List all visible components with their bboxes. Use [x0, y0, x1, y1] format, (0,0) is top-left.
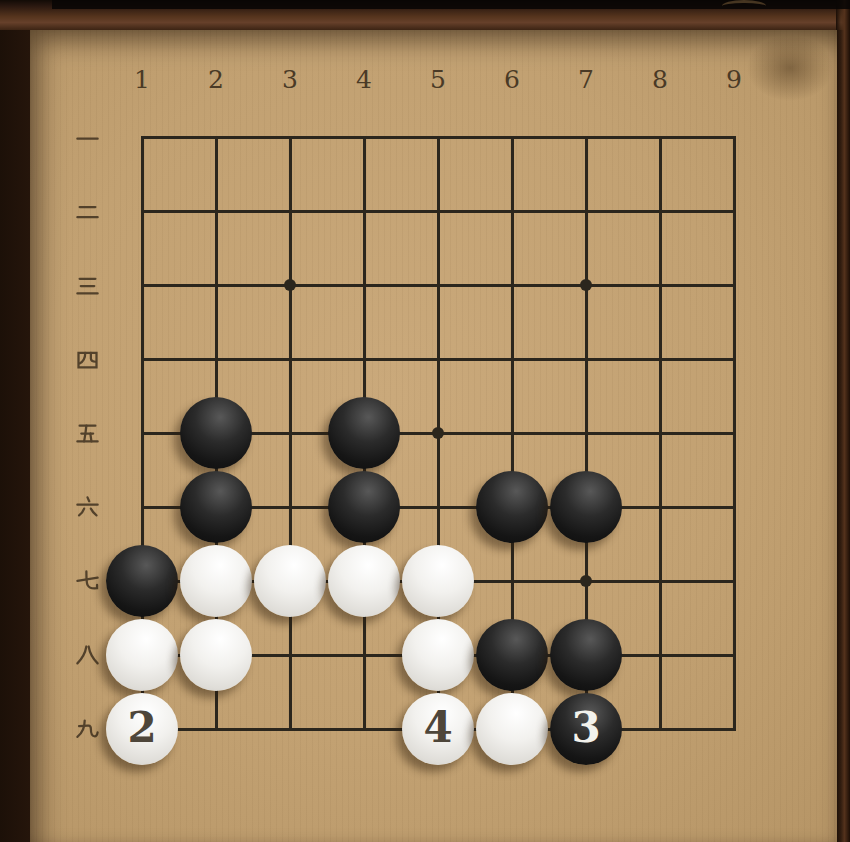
stone-black-7-9[interactable]: 3	[550, 693, 622, 765]
go-app-window: 123456789 243	[0, 0, 850, 842]
column-label-2: 2	[179, 62, 253, 96]
stone-white-5-8[interactable]	[402, 619, 474, 691]
stone-white-4-7[interactable]	[328, 545, 400, 617]
intersection-2-2[interactable]	[179, 174, 253, 248]
intersection-5-9[interactable]: 4	[401, 692, 475, 766]
stone-black-7-6[interactable]	[550, 471, 622, 543]
intersection-7-9[interactable]: 3	[549, 692, 623, 766]
intersection-4-4[interactable]	[327, 322, 401, 396]
row-label-8	[70, 618, 104, 692]
board-surface: 123456789 243	[30, 30, 837, 842]
stone-white-5-9[interactable]: 4	[402, 693, 474, 765]
row-label-3	[70, 248, 104, 322]
intersection-8-5[interactable]	[623, 396, 697, 470]
column-label-7: 7	[549, 62, 623, 96]
intersection-6-3[interactable]	[475, 248, 549, 322]
intersection-8-7[interactable]	[623, 544, 697, 618]
star-point-7-3	[580, 279, 592, 291]
intersection-9-5[interactable]	[697, 396, 771, 470]
intersection-3-6[interactable]	[253, 470, 327, 544]
stone-black-1-7[interactable]	[106, 545, 178, 617]
intersection-9-8[interactable]	[697, 618, 771, 692]
intersection-6-2[interactable]	[475, 174, 549, 248]
star-point-5-5	[432, 427, 444, 439]
intersection-1-5[interactable]	[105, 396, 179, 470]
go-board: 243	[105, 100, 771, 766]
intersection-3-9[interactable]	[253, 692, 327, 766]
intersection-9-2[interactable]	[697, 174, 771, 248]
intersection-7-4[interactable]	[549, 322, 623, 396]
intersection-3-8[interactable]	[253, 618, 327, 692]
stone-white-6-9[interactable]	[476, 693, 548, 765]
column-label-1: 1	[105, 62, 179, 96]
intersection-4-9[interactable]	[327, 692, 401, 766]
stone-black-6-6[interactable]	[476, 471, 548, 543]
star-point-7-7	[580, 575, 592, 587]
intersection-6-7[interactable]	[475, 544, 549, 618]
intersection-8-4[interactable]	[623, 322, 697, 396]
column-label-8: 8	[623, 62, 697, 96]
intersection-7-8[interactable]	[549, 618, 623, 692]
column-label-5: 5	[401, 62, 475, 96]
board-frame-right	[836, 0, 850, 842]
intersection-5-3[interactable]	[401, 248, 475, 322]
stone-white-5-7[interactable]	[402, 545, 474, 617]
intersection-8-3[interactable]	[623, 248, 697, 322]
intersection-2-9[interactable]	[179, 692, 253, 766]
intersection-1-7[interactable]	[105, 544, 179, 618]
intersection-3-3[interactable]	[253, 248, 327, 322]
intersection-2-8[interactable]	[179, 618, 253, 692]
stone-black-6-8[interactable]	[476, 619, 548, 691]
intersection-7-2[interactable]	[549, 174, 623, 248]
intersection-4-8[interactable]	[327, 618, 401, 692]
intersection-9-3[interactable]	[697, 248, 771, 322]
intersection-1-4[interactable]	[105, 322, 179, 396]
intersection-1-8[interactable]	[105, 618, 179, 692]
intersection-5-2[interactable]	[401, 174, 475, 248]
stone-white-3-7[interactable]	[254, 545, 326, 617]
intersection-9-9[interactable]	[697, 692, 771, 766]
row-label-4	[70, 322, 104, 396]
intersection-4-2[interactable]	[327, 174, 401, 248]
intersection-4-3[interactable]	[327, 248, 401, 322]
row-label-2	[70, 174, 104, 248]
stone-black-2-5[interactable]	[180, 397, 252, 469]
intersection-4-1[interactable]	[327, 100, 401, 174]
intersection-6-1[interactable]	[475, 100, 549, 174]
intersection-2-6[interactable]	[179, 470, 253, 544]
intersection-2-5[interactable]	[179, 396, 253, 470]
intersection-3-7[interactable]	[253, 544, 327, 618]
intersection-2-1[interactable]	[179, 100, 253, 174]
move-number-3: 3	[571, 707, 600, 749]
row-label-7	[70, 544, 104, 618]
column-label-3: 3	[253, 62, 327, 96]
row-labels	[70, 100, 104, 766]
star-point-3-3	[284, 279, 296, 291]
stone-white-1-9[interactable]: 2	[106, 693, 178, 765]
intersection-1-6[interactable]	[105, 470, 179, 544]
column-labels: 123456789	[105, 62, 771, 96]
intersection-8-8[interactable]	[623, 618, 697, 692]
stone-bowl-rim	[722, 0, 766, 12]
column-label-4: 4	[327, 62, 401, 96]
intersection-6-9[interactable]	[475, 692, 549, 766]
intersection-4-7[interactable]	[327, 544, 401, 618]
intersection-9-4[interactable]	[697, 322, 771, 396]
row-label-6	[70, 470, 104, 544]
stone-black-2-6[interactable]	[180, 471, 252, 543]
intersection-5-7[interactable]	[401, 544, 475, 618]
intersection-5-6[interactable]	[401, 470, 475, 544]
stone-black-7-8[interactable]	[550, 619, 622, 691]
move-number-2: 2	[127, 707, 156, 749]
intersection-1-1[interactable]	[105, 100, 179, 174]
stone-white-1-8[interactable]	[106, 619, 178, 691]
intersection-7-5[interactable]	[549, 396, 623, 470]
intersection-8-1[interactable]	[623, 100, 697, 174]
stone-black-4-6[interactable]	[328, 471, 400, 543]
intersection-3-4[interactable]	[253, 322, 327, 396]
stone-white-2-7[interactable]	[180, 545, 252, 617]
intersection-7-3[interactable]	[549, 248, 623, 322]
column-label-9: 9	[697, 62, 771, 96]
intersection-7-1[interactable]	[549, 100, 623, 174]
intersection-1-2[interactable]	[105, 174, 179, 248]
intersection-5-5[interactable]	[401, 396, 475, 470]
intersection-3-1[interactable]	[253, 100, 327, 174]
intersection-9-7[interactable]	[697, 544, 771, 618]
intersection-2-3[interactable]	[179, 248, 253, 322]
row-label-1	[70, 100, 104, 174]
intersection-9-1[interactable]	[697, 100, 771, 174]
intersection-5-1[interactable]	[401, 100, 475, 174]
intersection-7-6[interactable]	[549, 470, 623, 544]
intersection-1-9[interactable]: 2	[105, 692, 179, 766]
row-label-5	[70, 396, 104, 470]
intersection-6-6[interactable]	[475, 470, 549, 544]
intersection-6-4[interactable]	[475, 322, 549, 396]
intersection-6-8[interactable]	[475, 618, 549, 692]
intersection-2-4[interactable]	[179, 322, 253, 396]
row-label-9	[70, 692, 104, 766]
move-number-4: 4	[423, 707, 452, 749]
intersection-4-5[interactable]	[327, 396, 401, 470]
intersection-8-6[interactable]	[623, 470, 697, 544]
intersection-8-9[interactable]	[623, 692, 697, 766]
intersection-3-5[interactable]	[253, 396, 327, 470]
intersection-9-6[interactable]	[697, 470, 771, 544]
intersection-7-7[interactable]	[549, 544, 623, 618]
intersection-1-3[interactable]	[105, 248, 179, 322]
intersection-2-7[interactable]	[179, 544, 253, 618]
intersection-5-4[interactable]	[401, 322, 475, 396]
intersection-3-2[interactable]	[253, 174, 327, 248]
column-label-6: 6	[475, 62, 549, 96]
intersection-4-6[interactable]	[327, 470, 401, 544]
intersection-8-2[interactable]	[623, 174, 697, 248]
intersection-5-8[interactable]	[401, 618, 475, 692]
stone-white-2-8[interactable]	[180, 619, 252, 691]
stone-black-4-5[interactable]	[328, 397, 400, 469]
intersection-6-5[interactable]	[475, 396, 549, 470]
